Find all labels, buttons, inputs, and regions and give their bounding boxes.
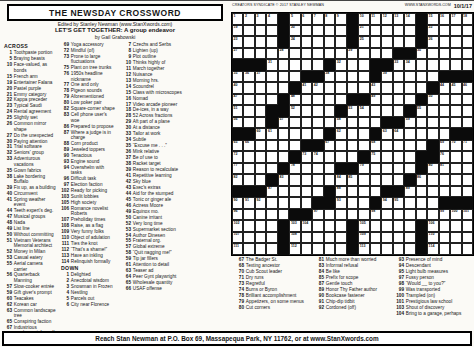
clue-text: Plot outline (133, 54, 229, 59)
clue-text: Prepared to propose (71, 124, 116, 129)
grid-cell (289, 174, 300, 186)
clue-item: 53Casual eatery (3, 255, 57, 260)
grid-cell (450, 174, 461, 186)
down-header: DOWN (61, 266, 116, 272)
grid-cell: 73 (301, 151, 312, 163)
grid-cell: 91 (243, 197, 254, 209)
grid-cell-black (243, 59, 254, 71)
grid-cell: 81 (439, 163, 450, 175)
grid-cell-black (450, 197, 461, 209)
clue-item: 3Snowman in Frozen (60, 284, 116, 289)
grid-cell (439, 232, 450, 244)
clue-item: 99Was transported (393, 287, 472, 292)
grid-cell: 88 (335, 186, 346, 198)
clue-text: Engine sound (71, 159, 116, 164)
clue-text: Czechs and Serbs (133, 42, 229, 47)
clue-text: Exec's extras (133, 185, 229, 190)
grid-cell (358, 209, 369, 221)
grid-cell-black (370, 197, 381, 209)
clue-number: 44 (3, 208, 14, 213)
clue-item: 32Seniors' group (3, 150, 57, 155)
grid-cell (312, 117, 323, 129)
grid-cell-number: 19 (234, 25, 238, 30)
grid-cell-black (324, 186, 335, 198)
clue-number: 95 (393, 269, 406, 274)
grid-cell (266, 71, 277, 83)
grid-cell (255, 105, 266, 117)
clue-number: 18 (119, 107, 133, 112)
clue-number: 57 (3, 284, 14, 289)
clue-item: 92Cordoned (off) (313, 305, 391, 310)
clue-text: Teaser ad (133, 268, 229, 273)
clue-item: 52Money in Milan (3, 249, 57, 254)
clue-number: 17 (119, 102, 133, 107)
grid-cell: 89 (404, 186, 415, 198)
grid-cell: 112 (289, 243, 300, 255)
grid-cell-number: 50 (429, 94, 433, 99)
grid-cell: 15 (427, 13, 438, 25)
grid-cell (450, 243, 461, 255)
clue-text: Relinquish formally (71, 259, 116, 264)
grid-cell (416, 209, 427, 221)
grid-cell (370, 243, 381, 255)
clue-number: 25 (3, 115, 14, 120)
grid-cell-black (312, 197, 323, 209)
grid-cell (427, 105, 438, 117)
clue-number: 36 (119, 149, 133, 154)
clue-text: Attention to detail (133, 262, 229, 267)
clue-text: Circumvent (14, 191, 57, 196)
clue-text: Aforementioned (71, 94, 116, 99)
grid-cell-number: 70 (452, 140, 456, 145)
clue-item: 11March together (119, 66, 229, 71)
clue-item: 4Nestling (60, 290, 116, 295)
grid-cell-number: 74 (314, 152, 318, 157)
grid-cell (393, 94, 404, 106)
grid-cell (416, 59, 427, 71)
grid-cell (450, 36, 461, 48)
clue-column-below-1: 67The Badger St.68Texting ancestor70Cub … (233, 257, 311, 311)
clue-text: Trampled (on) (406, 293, 472, 298)
clue-item: 73Regretful (233, 281, 311, 286)
grid-cell: 98 (370, 209, 381, 221)
grid-cell-number: 30 (417, 48, 421, 53)
clue-text: March together (133, 66, 229, 71)
grid-cell (393, 163, 404, 175)
grid-cell: 58 (335, 117, 346, 129)
grid-cell (381, 232, 392, 244)
grid-cell (381, 105, 392, 117)
grid-cell (335, 48, 346, 60)
clue-item: 88Corn product (60, 141, 116, 146)
grid-cell-black (427, 151, 438, 163)
grid-cell: 41 (301, 82, 312, 94)
grid-cell: 36 (243, 71, 254, 83)
grid-cell (358, 174, 369, 186)
grid-cell (255, 232, 266, 244)
clue-number: 10 (119, 60, 133, 65)
clue-number: 55 (3, 261, 14, 272)
clue-number: 63 (3, 308, 14, 319)
grid-cell: 72 (232, 151, 243, 163)
grid-cell-number: 95 (394, 198, 398, 203)
clue-number: 69 (60, 42, 71, 47)
grid-cell: 80 (427, 163, 438, 175)
grid-cell (393, 25, 404, 37)
grid-cell (404, 25, 415, 37)
grid-cell (370, 48, 381, 60)
clue-text: Honor Thy Father author (326, 287, 391, 292)
clue-text: Subtle (133, 137, 229, 142)
grid-cell: 83 (278, 174, 289, 186)
clue-number: 71 (233, 275, 246, 280)
grid-cell (347, 140, 358, 152)
clue-text: Chip-dip tidbit (326, 299, 391, 304)
grid-cell (370, 25, 381, 37)
grid-cell (439, 36, 450, 48)
clue-item: 89Honor Thy Father author (313, 287, 391, 292)
clue-text: Informal refusal (326, 263, 391, 268)
clue-text: Emmy category (14, 92, 57, 97)
grid-cell: 60 (255, 128, 266, 140)
clue-item: 60Teacakes (3, 296, 57, 301)
grid-cell-number: 78 (291, 163, 295, 168)
grid-cell: 13 (393, 13, 404, 25)
clue-number: 33 (119, 131, 133, 136)
grid-cell: 101 (462, 209, 473, 221)
grid-cell-black (278, 232, 289, 244)
clue-item: 58“Quit nagging me!” (119, 250, 229, 255)
clue-number: 80 (233, 305, 246, 310)
clue-text: Where a judge is in charge (71, 130, 116, 141)
grid-cell (324, 105, 335, 117)
clue-number: 37 (119, 155, 133, 160)
grid-cell: 104 (301, 220, 312, 232)
clue-item: 103Shout of discovery (393, 305, 472, 310)
crossword-grid: 1234567891011121314151617181920212223242… (231, 12, 474, 256)
clue-text: Global extreme (133, 244, 229, 249)
grid-cell (243, 48, 254, 60)
grid-cell: 110 (427, 232, 438, 244)
clue-item: 33Adventurous vacations (3, 156, 57, 167)
clue-item: 30At a distance (119, 125, 229, 130)
clue-number: 98 (393, 281, 406, 286)
grid-cell-number: 43 (371, 83, 375, 88)
grid-cell: 34 (404, 59, 415, 71)
clue-item: 70Cub Scout leader (233, 269, 311, 274)
grid-cell (393, 209, 404, 221)
clue-number: 114 (60, 259, 71, 264)
clue-number: 49 (3, 226, 14, 231)
clue-number: 38 (119, 161, 133, 166)
grid-cell (324, 209, 335, 221)
grid-cell-number: 59 (406, 117, 410, 122)
grid-cell: 56 (232, 117, 243, 129)
grid-cell: 9 (335, 13, 346, 25)
clue-item: 78Pigeon sounds (60, 88, 116, 93)
clue-number: 112 (60, 247, 71, 252)
clue-text: Trial software (14, 144, 57, 149)
grid-cell-number: 5 (291, 14, 293, 19)
clue-text: Gentle touch (326, 281, 391, 286)
grid-cell: 103 (289, 220, 300, 232)
grid-cell (462, 59, 473, 71)
clue-item: 66USAF offense (119, 286, 229, 291)
grid-cell-number: 91 (245, 198, 249, 203)
grid-cell (278, 209, 289, 221)
grid-cell (439, 94, 450, 106)
clue-text: Vietnam Veterans Memorial architect (14, 238, 57, 249)
clue-item: 41Spring weather event (3, 197, 57, 208)
grid-cell (347, 117, 358, 129)
clue-item: 73Prone to large fluctuations (60, 54, 116, 65)
clue-number: 74 (233, 287, 246, 292)
grid-cell (381, 151, 392, 163)
clue-text: Plant on tree trunks (71, 65, 116, 70)
grid-cell (324, 163, 335, 175)
grid-cell (301, 174, 312, 186)
clue-item: 41Repetitive learning (119, 173, 229, 178)
clue-item: 18De-ices, in a way (119, 107, 229, 112)
grid-cell (439, 243, 450, 255)
clue-number: 12 (119, 72, 133, 77)
grid-cell (404, 197, 415, 209)
clue-item: 36Mink relative (119, 149, 229, 154)
grid-cell-number: 104 (302, 221, 308, 226)
grid-cell (462, 36, 473, 48)
grid-cell (301, 59, 312, 71)
clue-item: 7Czechs and Serbs (119, 42, 229, 47)
grid-cell: 66 (243, 140, 254, 152)
grid-cell (243, 82, 254, 94)
puzzle-byline: by Gail Grabowski (2, 34, 228, 40)
clue-text: Yoga accessory (71, 42, 116, 47)
grid-cell-number: 3 (256, 14, 258, 19)
grid-cell-number: 44 (440, 83, 444, 88)
clue-item: 83Informal refusal (313, 263, 391, 268)
grid-cell: 86 (416, 174, 427, 186)
grid-cell (450, 163, 461, 175)
grid-cell (255, 174, 266, 186)
clue-item: 55Fraternal org. (119, 238, 229, 243)
grid-cell (404, 220, 415, 232)
grid-cell-number: 34 (406, 60, 410, 65)
grid-cell (393, 174, 404, 186)
grid-cell-black (381, 117, 392, 129)
grid-cell (266, 36, 277, 48)
clue-number: 56 (3, 272, 14, 283)
grid-cell: 38 (324, 71, 335, 83)
clue-number: 103 (393, 305, 406, 310)
clue-item: 16Nomad (119, 96, 229, 101)
clue-number: 77 (60, 82, 71, 87)
grid-cell: 53 (347, 105, 358, 117)
grid-cell-black (370, 128, 381, 140)
clue-item: 114Relinquish formally (60, 259, 116, 264)
grid-cell-number: 27 (234, 48, 238, 53)
clue-item: 90Bookcase fastener (313, 293, 391, 298)
grid-cell: 51 (232, 105, 243, 117)
clue-number: 85 (313, 275, 326, 280)
grid-cell: 59 (404, 117, 415, 129)
clue-text: Nada (14, 220, 57, 225)
clue-number: 89 (313, 287, 326, 292)
clue-number: 104 (393, 311, 406, 316)
grid-cell (255, 117, 266, 129)
grid-cell-black (404, 174, 415, 186)
clue-item: 68Texting ancestor (233, 263, 311, 268)
grid-cell-black (347, 220, 358, 232)
grid-cell (266, 232, 277, 244)
grid-cell-black (370, 71, 381, 83)
clue-column-3: 7Czechs and Serbs8Lighten (up)9Plot outl… (119, 42, 229, 292)
clue-text: Object of adulation (71, 235, 116, 240)
clue-item: 26Common mirror shape (3, 121, 57, 132)
clue-number: 78 (233, 293, 246, 298)
clue-text: Conspiring faction (14, 319, 57, 324)
clue-item: 57Slow-cooker entrée (3, 284, 57, 289)
grid-cell (324, 36, 335, 48)
clue-number: 59 (3, 290, 14, 295)
grid-cell: 78 (289, 163, 300, 175)
clue-item: 48Nada (3, 220, 57, 225)
grid-cell (301, 117, 312, 129)
grid-cell (335, 36, 346, 48)
grid-cell-number: 69 (440, 140, 444, 145)
website-url: WWW.STANXWORDS.COM (405, 3, 451, 7)
grid-cell-number: 9 (337, 14, 339, 19)
clue-item: 37Be of use to (119, 155, 229, 160)
clue-text: Be like (326, 269, 391, 274)
grid-cell (450, 220, 461, 232)
clue-number: 96 (60, 176, 71, 181)
clue-text: Toothpaste portion (14, 50, 57, 55)
clue-item: 95Light bulb measures (393, 269, 472, 274)
grid-cell-black (439, 197, 450, 209)
grid-cell-black (462, 197, 473, 209)
grid-cell-black (450, 71, 461, 83)
grid-cell-number: 4 (268, 14, 270, 19)
clue-number: 5 (3, 56, 14, 61)
clue-number: 113 (60, 253, 71, 258)
grid-cell-number: 89 (406, 186, 410, 191)
grid-cell-black (393, 48, 404, 60)
grid-cell-number: 114 (429, 244, 435, 249)
grid-cell (324, 243, 335, 255)
clue-text: Kappa preceder (14, 97, 57, 102)
clue-number: 63 (119, 268, 133, 273)
grid-cell: 63 (381, 128, 392, 140)
grid-cell: 87 (266, 186, 277, 198)
grid-cell-black (462, 128, 473, 140)
grid-cell-black (347, 243, 358, 255)
clue-item: 5Braying beasts (3, 56, 57, 61)
grid-cell-black (404, 48, 415, 60)
grid-cell (439, 174, 450, 186)
clue-text: Tonic or ginger ale (133, 197, 229, 202)
grid-cell (266, 197, 277, 209)
grid-cell (450, 186, 461, 198)
grid-cell-black (347, 232, 358, 244)
clue-number: 73 (233, 281, 246, 286)
grid-cell-number: 39 (383, 71, 387, 76)
clue-text: Have an inkling (71, 253, 116, 258)
grid-cell-black (450, 128, 461, 140)
grid-cell (416, 82, 427, 94)
grid-cell: 105 (358, 220, 369, 232)
grid-cell (312, 25, 323, 37)
grid-cell: 97 (312, 209, 323, 221)
grid-cell (427, 209, 438, 221)
grid-cell-number: 66 (245, 140, 249, 145)
grid-cell: 24 (289, 36, 300, 48)
grid-cell: 64 (393, 128, 404, 140)
grid-cell-number: 106 (429, 221, 435, 226)
grid-cell (462, 117, 473, 129)
clue-number: 59 (119, 256, 133, 261)
grid-cell (289, 117, 300, 129)
publication-title-box: THE NEWSDAY CROSSWORD (7, 4, 223, 21)
grid-cell (266, 48, 277, 60)
clue-number: 102 (60, 188, 71, 193)
clue-item: 27Do the unexpected (3, 133, 57, 138)
grid-cell: 100 (450, 209, 461, 221)
grid-cell: 68 (370, 140, 381, 152)
grid-cell: 19 (232, 25, 243, 37)
clue-number: 86 (60, 124, 71, 129)
clue-number: 94 (393, 263, 406, 268)
grid-cell (462, 232, 473, 244)
grid-cell: 90 (232, 197, 243, 209)
grid-cell (278, 128, 289, 140)
clue-column-below-3: 93Presence of mind94Descendant95Light bu… (393, 257, 472, 317)
clue-item: 22Kappa preceder (3, 97, 57, 102)
grid-cell (381, 82, 392, 94)
grid-cell (312, 232, 323, 244)
syndicate-header: CREATORS SYNDICATE © 2017 STANLEY NEWMAN… (232, 3, 472, 9)
grid-cell (427, 197, 438, 209)
grid-cell (255, 243, 266, 255)
grid-cell (427, 59, 438, 71)
grid-cell (404, 232, 415, 244)
grid-cell-black (347, 163, 358, 175)
grid-cell: 93 (335, 197, 346, 209)
grid-cell-number: 94 (383, 198, 387, 203)
clue-item: 46Actress Moore (119, 203, 229, 208)
grid-cell (370, 36, 381, 48)
clue-number: 110 (60, 235, 71, 240)
clue-number: 53 (119, 227, 133, 232)
clue-text: Presence of mind (406, 257, 472, 262)
clue-text: Fraternal org. (133, 238, 229, 243)
clue-number: 10 (3, 62, 14, 73)
clue-text: Bring to a garage, perhaps (406, 311, 472, 316)
clue-number: 4 (60, 290, 71, 295)
grid-cell (312, 94, 323, 106)
clue-item: 42Sky blue (119, 179, 229, 184)
clue-item: 12Nuisance (119, 72, 229, 77)
clue-number: 97 (393, 275, 406, 280)
clue-item: 761950s headline nickname (60, 71, 116, 82)
grid-cell-number: 25 (360, 37, 364, 42)
newspaper-crossword-page: THE NEWSDAY CROSSWORD Edited by Stanley … (0, 0, 474, 347)
grid-cell (450, 105, 461, 117)
grid-cell (450, 232, 461, 244)
clue-number: 100 (393, 293, 406, 298)
grid-cell (427, 48, 438, 60)
grid-cell (439, 25, 450, 37)
clue-text: Tip jar fillers (133, 256, 229, 261)
